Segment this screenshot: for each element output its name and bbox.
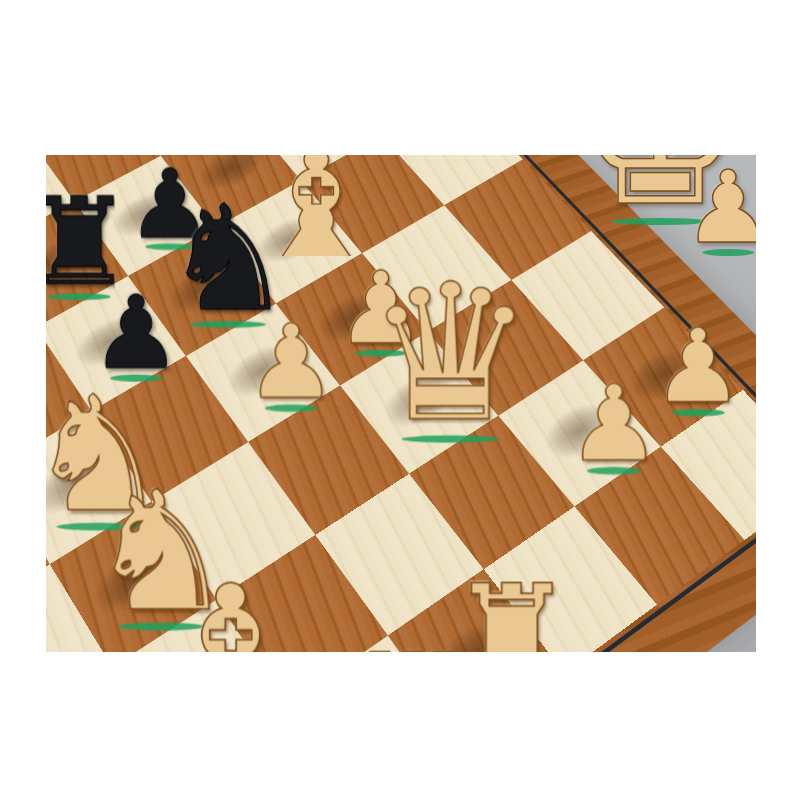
white-pawn[interactable]: ♟ [652,321,744,413]
white-pawn[interactable]: ♟ [245,317,337,409]
screenshot-canvas: ♜♟♚♟♞♝♞♟♟♞♛♝♟♟♜♜ ♚ ♟ Overhead angled pho… [0,0,800,800]
white-rook[interactable]: ♜ [346,644,478,652]
offboard-white-pawn[interactable]: ♟ [683,163,756,253]
white-bishop[interactable]: ♝ [148,570,314,652]
chessboard-photo: ♜♟♚♟♞♝♞♟♟♞♛♝♟♟♜♜ ♚ ♟ [46,155,756,652]
white-queen[interactable]: ♛ [366,270,535,440]
white-pawn[interactable]: ♟ [567,377,661,472]
